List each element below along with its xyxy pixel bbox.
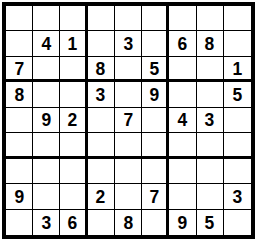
cell-r3c4[interactable]: 8 <box>88 57 115 82</box>
given-digit: 3 <box>41 213 51 232</box>
cell-r4c2[interactable] <box>33 82 60 107</box>
cell-r2c4[interactable] <box>88 31 115 56</box>
cell-r5c8[interactable]: 3 <box>197 108 224 133</box>
cell-r5c5[interactable]: 7 <box>115 108 142 133</box>
cell-r9c7[interactable]: 9 <box>169 210 196 235</box>
given-digit: 5 <box>233 85 243 104</box>
given-digit: 3 <box>205 110 215 129</box>
cell-r9c6[interactable] <box>142 210 169 235</box>
cell-r4c1[interactable]: 8 <box>6 82 33 107</box>
cell-r4c6[interactable]: 9 <box>142 82 169 107</box>
cell-r9c8[interactable]: 5 <box>197 210 224 235</box>
cell-r7c3[interactable] <box>60 159 87 184</box>
given-digit: 8 <box>14 85 24 104</box>
cell-r3c3[interactable] <box>60 57 87 82</box>
cell-r6c3[interactable] <box>60 133 87 158</box>
given-digit: 7 <box>149 187 159 206</box>
given-digit: 7 <box>123 110 133 129</box>
cell-r5c7[interactable]: 4 <box>169 108 196 133</box>
cell-r1c5[interactable] <box>115 6 142 31</box>
given-digit: 1 <box>68 34 78 53</box>
given-digit: 2 <box>96 187 106 206</box>
cell-r5c3[interactable]: 2 <box>60 108 87 133</box>
cell-r4c8[interactable] <box>197 82 224 107</box>
given-digit: 9 <box>14 187 24 206</box>
cell-r3c8[interactable] <box>197 57 224 82</box>
cell-r7c2[interactable] <box>33 159 60 184</box>
cell-r6c9[interactable] <box>224 133 251 158</box>
cell-r2c5[interactable]: 3 <box>115 31 142 56</box>
cell-r9c3[interactable]: 6 <box>60 210 87 235</box>
cell-r4c5[interactable] <box>115 82 142 107</box>
cell-r8c2[interactable] <box>33 184 60 209</box>
cell-r2c2[interactable]: 4 <box>33 31 60 56</box>
cell-r8c3[interactable] <box>60 184 87 209</box>
cell-r7c9[interactable] <box>224 159 251 184</box>
cell-r5c9[interactable] <box>224 108 251 133</box>
given-digit: 9 <box>178 213 188 232</box>
cell-r2c9[interactable] <box>224 31 251 56</box>
given-digit: 5 <box>205 213 215 232</box>
cell-r2c6[interactable] <box>142 31 169 56</box>
given-digit: 3 <box>233 187 243 206</box>
given-digit: 6 <box>68 213 78 232</box>
cell-r7c8[interactable] <box>197 159 224 184</box>
cell-r6c7[interactable] <box>169 133 196 158</box>
cell-r4c3[interactable] <box>60 82 87 107</box>
cell-r9c5[interactable]: 8 <box>115 210 142 235</box>
given-digit: 7 <box>14 59 24 78</box>
cell-r1c8[interactable] <box>197 6 224 31</box>
cell-r5c4[interactable] <box>88 108 115 133</box>
cell-r6c6[interactable] <box>142 133 169 158</box>
cell-r4c9[interactable]: 5 <box>224 82 251 107</box>
cell-r6c1[interactable] <box>6 133 33 158</box>
sudoku-board-container: 413687851839592743927336895 <box>2 2 255 239</box>
given-digit: 8 <box>96 59 106 78</box>
given-digit: 8 <box>205 34 215 53</box>
cell-r7c7[interactable] <box>169 159 196 184</box>
cell-r6c2[interactable] <box>33 133 60 158</box>
cell-r2c7[interactable]: 6 <box>169 31 196 56</box>
given-digit: 4 <box>41 34 51 53</box>
cell-r6c4[interactable] <box>88 133 115 158</box>
cell-r8c4[interactable]: 2 <box>88 184 115 209</box>
cell-r2c3[interactable]: 1 <box>60 31 87 56</box>
cell-r4c4[interactable]: 3 <box>88 82 115 107</box>
cell-r8c7[interactable] <box>169 184 196 209</box>
cell-r1c6[interactable] <box>142 6 169 31</box>
given-digit: 2 <box>68 110 78 129</box>
given-digit: 8 <box>123 213 133 232</box>
cell-r2c1[interactable] <box>6 31 33 56</box>
cell-r3c7[interactable] <box>169 57 196 82</box>
cell-r7c4[interactable] <box>88 159 115 184</box>
cell-r3c9[interactable]: 1 <box>224 57 251 82</box>
cell-r7c6[interactable] <box>142 159 169 184</box>
cell-r9c1[interactable] <box>6 210 33 235</box>
cell-r1c1[interactable] <box>6 6 33 31</box>
given-digit: 3 <box>123 34 133 53</box>
cell-r5c6[interactable] <box>142 108 169 133</box>
cell-r2c8[interactable]: 8 <box>197 31 224 56</box>
cell-r7c1[interactable] <box>6 159 33 184</box>
given-digit: 9 <box>149 85 159 104</box>
cell-r7c5[interactable] <box>115 159 142 184</box>
cell-r1c4[interactable] <box>88 6 115 31</box>
given-digit: 4 <box>178 110 188 129</box>
cell-r5c2[interactable]: 9 <box>33 108 60 133</box>
cell-r1c7[interactable] <box>169 6 196 31</box>
cell-r8c8[interactable] <box>197 184 224 209</box>
sudoku-board: 413687851839592743927336895 <box>2 2 255 239</box>
given-digit: 5 <box>149 59 159 78</box>
cell-r3c5[interactable] <box>115 57 142 82</box>
cell-r8c1[interactable]: 9 <box>6 184 33 209</box>
cell-r1c9[interactable] <box>224 6 251 31</box>
given-digit: 1 <box>233 59 243 78</box>
cell-r8c9[interactable]: 3 <box>224 184 251 209</box>
cell-r3c6[interactable]: 5 <box>142 57 169 82</box>
cell-r8c5[interactable] <box>115 184 142 209</box>
cell-r9c2[interactable]: 3 <box>33 210 60 235</box>
cell-r3c2[interactable] <box>33 57 60 82</box>
cell-r6c8[interactable] <box>197 133 224 158</box>
cell-r4c7[interactable] <box>169 82 196 107</box>
given-digit: 6 <box>178 34 188 53</box>
cell-r1c3[interactable] <box>60 6 87 31</box>
given-digit: 9 <box>41 110 51 129</box>
cell-r6c5[interactable] <box>115 133 142 158</box>
cell-r3c1[interactable]: 7 <box>6 57 33 82</box>
cell-r8c6[interactable]: 7 <box>142 184 169 209</box>
given-digit: 3 <box>96 85 106 104</box>
cell-r9c4[interactable] <box>88 210 115 235</box>
cell-r5c1[interactable] <box>6 108 33 133</box>
cell-r9c9[interactable] <box>224 210 251 235</box>
cell-r1c2[interactable] <box>33 6 60 31</box>
